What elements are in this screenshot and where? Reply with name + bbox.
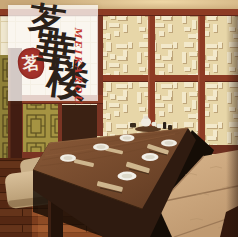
restaurant-logo: 茗 茗 華 楼 MEIKAROU (8, 5, 98, 101)
plate (60, 154, 76, 162)
restaurant-room-photo: 茗 茗 華 楼 MEIKAROU (0, 0, 238, 237)
logo-kanji-3: 楼 (45, 57, 92, 104)
plate (93, 143, 109, 150)
edge-shadow (226, 16, 238, 237)
logo-romaji: MEIKAROU (73, 27, 84, 97)
plate (161, 139, 177, 146)
plate (118, 172, 137, 181)
plate (120, 135, 135, 142)
plate (142, 153, 159, 161)
